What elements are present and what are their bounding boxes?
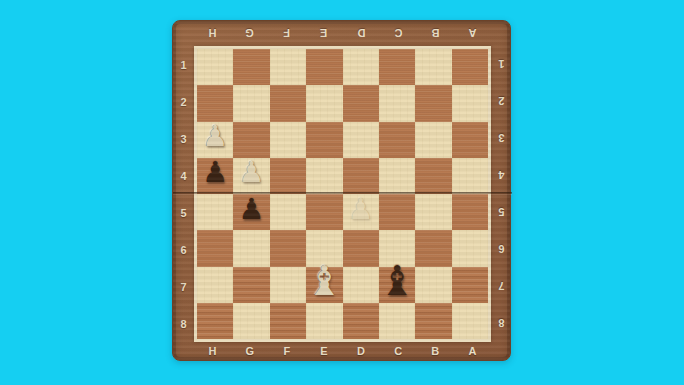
- white-pawn-d5[interactable]: ♟: [343, 191, 379, 227]
- file-top-label-d: D: [343, 21, 380, 46]
- square-a5[interactable]: [452, 194, 488, 230]
- black-pawn-h4[interactable]: ♟: [197, 155, 233, 191]
- square-d2[interactable]: [343, 85, 379, 121]
- file-top-label-c: C: [380, 21, 417, 46]
- rank-left-label-8: 8: [173, 305, 194, 342]
- square-h7[interactable]: [197, 267, 233, 303]
- square-g6[interactable]: [233, 230, 269, 266]
- square-h6[interactable]: [197, 230, 233, 266]
- rank-labels-right: 12345678: [491, 46, 512, 342]
- rank-left-label-7: 7: [173, 268, 194, 305]
- board-grid: ♟♟♟♟♟♝♝: [197, 49, 488, 339]
- file-bottom-label-g: G: [231, 339, 268, 362]
- file-bottom-label-f: F: [268, 339, 305, 362]
- rank-labels-left: 12345678: [173, 46, 194, 342]
- file-bottom-label-b: B: [417, 339, 454, 362]
- rank-right-label-1: 1: [491, 46, 512, 83]
- square-b6[interactable]: [415, 230, 451, 266]
- file-bottom-label-h: H: [194, 339, 231, 362]
- square-b1[interactable]: [415, 49, 451, 85]
- white-pawn-glyph: ♟: [348, 195, 374, 224]
- square-g7[interactable]: [233, 267, 269, 303]
- square-f2[interactable]: [270, 85, 306, 121]
- white-bishop-glyph: ♝: [306, 261, 343, 302]
- square-e5[interactable]: [306, 194, 342, 230]
- file-bottom-label-c: C: [380, 339, 417, 362]
- square-f7[interactable]: [270, 267, 306, 303]
- black-pawn-glyph: ♟: [239, 195, 265, 224]
- square-g2[interactable]: [233, 85, 269, 121]
- square-d6[interactable]: [343, 230, 379, 266]
- rank-left-label-1: 1: [173, 46, 194, 83]
- file-bottom-label-e: E: [305, 339, 342, 362]
- rank-left-label-6: 6: [173, 231, 194, 268]
- square-e8[interactable]: [306, 303, 342, 339]
- square-a2[interactable]: [452, 85, 488, 121]
- square-g8[interactable]: [233, 303, 269, 339]
- square-d3[interactable]: [343, 122, 379, 158]
- white-pawn-glyph: ♟: [202, 122, 228, 151]
- square-h8[interactable]: [197, 303, 233, 339]
- rank-right-label-3: 3: [491, 120, 512, 157]
- rank-right-label-5: 5: [491, 194, 512, 231]
- black-pawn-g5[interactable]: ♟: [234, 191, 270, 227]
- square-b5[interactable]: [415, 194, 451, 230]
- white-bishop-e7[interactable]: ♝: [306, 264, 342, 300]
- square-b2[interactable]: [415, 85, 451, 121]
- rank-left-label-4: 4: [173, 157, 194, 194]
- square-g3[interactable]: [233, 122, 269, 158]
- square-f1[interactable]: [270, 49, 306, 85]
- square-c8[interactable]: [379, 303, 415, 339]
- rank-left-label-5: 5: [173, 194, 194, 231]
- square-c5[interactable]: [379, 194, 415, 230]
- playing-area: ♟♟♟♟♟♝♝: [194, 46, 491, 342]
- square-h1[interactable]: [197, 49, 233, 85]
- square-f5[interactable]: [270, 194, 306, 230]
- white-pawn-g4[interactable]: ♟: [234, 155, 270, 191]
- square-h2[interactable]: [197, 85, 233, 121]
- rank-left-label-3: 3: [173, 120, 194, 157]
- square-c1[interactable]: [379, 49, 415, 85]
- black-bishop-c7[interactable]: ♝: [379, 264, 415, 300]
- square-a7[interactable]: [452, 267, 488, 303]
- square-d8[interactable]: [343, 303, 379, 339]
- file-top-label-h: H: [194, 21, 231, 46]
- square-d1[interactable]: [343, 49, 379, 85]
- rank-right-label-4: 4: [491, 157, 512, 194]
- square-a4[interactable]: [452, 158, 488, 194]
- square-c3[interactable]: [379, 122, 415, 158]
- file-top-label-a: A: [454, 21, 491, 46]
- square-b7[interactable]: [415, 267, 451, 303]
- file-labels-bottom: HGFEDCBA: [194, 339, 491, 362]
- square-f4[interactable]: [270, 158, 306, 194]
- square-d4[interactable]: [343, 158, 379, 194]
- black-bishop-glyph: ♝: [379, 261, 416, 302]
- file-top-label-g: G: [231, 21, 268, 46]
- white-pawn-h3[interactable]: ♟: [197, 119, 233, 155]
- rank-right-label-2: 2: [491, 83, 512, 120]
- square-b4[interactable]: [415, 158, 451, 194]
- rank-left-label-2: 2: [173, 83, 194, 120]
- file-top-label-e: E: [305, 21, 342, 46]
- square-e2[interactable]: [306, 85, 342, 121]
- file-top-label-f: F: [268, 21, 305, 46]
- square-d7[interactable]: [343, 267, 379, 303]
- black-pawn-glyph: ♟: [202, 158, 228, 187]
- file-labels-top: HGFEDCBA: [194, 21, 491, 46]
- square-b8[interactable]: [415, 303, 451, 339]
- board-fold-seam: [173, 192, 512, 194]
- chess-board-frame: HGFEDCBA HGFEDCBA 12345678 12345678 ♟♟♟♟…: [172, 20, 511, 361]
- cyan-background: HGFEDCBA HGFEDCBA 12345678 12345678 ♟♟♟♟…: [0, 0, 684, 385]
- square-h5[interactable]: [197, 194, 233, 230]
- white-pawn-glyph: ♟: [239, 158, 265, 187]
- file-bottom-label-a: A: [454, 339, 491, 362]
- square-f8[interactable]: [270, 303, 306, 339]
- square-b3[interactable]: [415, 122, 451, 158]
- square-c4[interactable]: [379, 158, 415, 194]
- square-a1[interactable]: [452, 49, 488, 85]
- rank-right-label-8: 8: [491, 305, 512, 342]
- square-f3[interactable]: [270, 122, 306, 158]
- square-c2[interactable]: [379, 85, 415, 121]
- file-top-label-b: B: [417, 21, 454, 46]
- square-e3[interactable]: [306, 122, 342, 158]
- square-a8[interactable]: [452, 303, 488, 339]
- file-bottom-label-d: D: [343, 339, 380, 362]
- square-a6[interactable]: [452, 230, 488, 266]
- square-g1[interactable]: [233, 49, 269, 85]
- square-e4[interactable]: [306, 158, 342, 194]
- rank-right-label-6: 6: [491, 231, 512, 268]
- square-e1[interactable]: [306, 49, 342, 85]
- square-a3[interactable]: [452, 122, 488, 158]
- rank-right-label-7: 7: [491, 268, 512, 305]
- square-f6[interactable]: [270, 230, 306, 266]
